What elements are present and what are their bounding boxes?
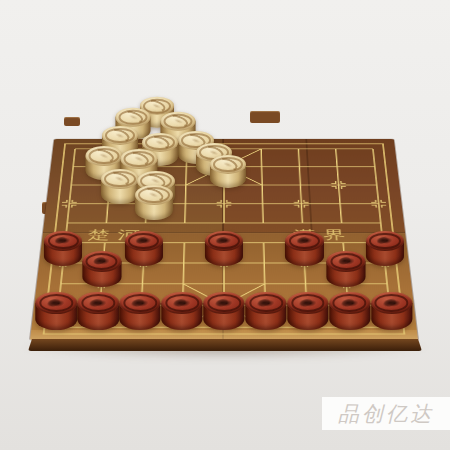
xiangqi-piece-red[interactable] (36, 292, 77, 330)
piece-top (102, 126, 138, 145)
xiangqi-piece-red[interactable] (161, 292, 202, 330)
xiangqi-piece-black[interactable] (101, 169, 139, 204)
piece-top (371, 292, 412, 314)
xiangqi-piece-black[interactable] (210, 155, 246, 188)
piece-top (82, 251, 121, 272)
piece-top (203, 292, 244, 314)
xiangqi-piece-red[interactable] (371, 292, 412, 330)
xiangqi-piece-red[interactable] (366, 231, 404, 266)
xiangqi-piece-red[interactable] (44, 231, 82, 266)
xiangqi-piece-red[interactable] (78, 292, 119, 330)
xiangqi-piece-red[interactable] (119, 292, 160, 330)
xiangqi-piece-red[interactable] (287, 292, 328, 330)
piece-top (78, 292, 119, 314)
xiangqi-piece-red[interactable] (285, 231, 323, 266)
piece-top (116, 108, 151, 127)
piece-top (245, 292, 286, 314)
piece-top (287, 292, 328, 314)
xiangqi-piece-red[interactable] (205, 231, 243, 266)
piece-top (121, 149, 158, 169)
xiangqi-piece-red[interactable] (82, 251, 121, 287)
piece-top (161, 112, 196, 131)
watermark: 品创亿达 (322, 397, 450, 430)
piece-top (119, 292, 160, 314)
xiangqi-piece-red[interactable] (124, 231, 162, 266)
xiangqi-piece-red[interactable] (327, 251, 366, 287)
xiangqi-piece-black[interactable] (135, 185, 173, 220)
xiangqi-piece-red[interactable] (245, 292, 286, 330)
piece-top (210, 155, 246, 174)
xiangqi-piece-red[interactable] (329, 292, 370, 330)
piece-top (86, 146, 123, 166)
xiangqi-piece-red[interactable] (203, 292, 244, 330)
piece-top (161, 292, 202, 314)
watermark-text: 品创亿达 (338, 400, 434, 428)
pieces-layer (0, 0, 450, 450)
piece-top (327, 251, 366, 272)
piece-top (329, 292, 370, 314)
product-photo-scene: 楚河 漢界 品创亿达 (0, 0, 450, 450)
piece-top (36, 292, 77, 314)
